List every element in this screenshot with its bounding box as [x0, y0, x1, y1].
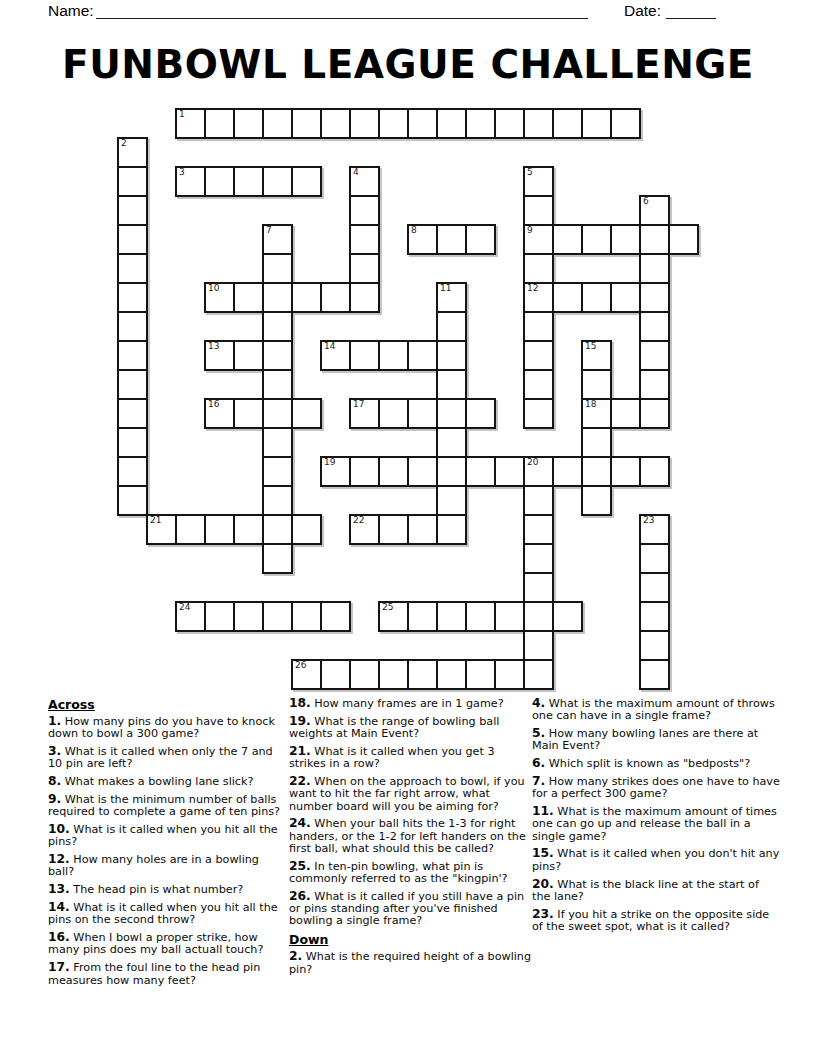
- grid-cell-r3c18[interactable]: 6: [639, 195, 670, 226]
- grid-cell-r0c6[interactable]: [291, 108, 322, 139]
- grid-cell-r13c0[interactable]: [117, 485, 148, 516]
- grid-cell-r12c15[interactable]: [552, 456, 583, 487]
- grid-cell-r18c18[interactable]: [639, 630, 670, 661]
- grid-cell-r12c10[interactable]: [407, 456, 438, 487]
- grid-cell-r10c14[interactable]: [523, 398, 554, 429]
- grid-cell-r4c16[interactable]: [581, 224, 612, 255]
- grid-cell-r12c0[interactable]: [117, 456, 148, 487]
- grid-cell-r10c18[interactable]: [639, 398, 670, 429]
- clue-across-17: 17. From the foul line to the head pin m…: [48, 961, 288, 987]
- grid-cell-r10c5[interactable]: [262, 398, 293, 429]
- grid-cell-r12c18[interactable]: [639, 456, 670, 487]
- page-title: FUNBOWL LEAGUE CHALLENGE: [0, 42, 816, 87]
- grid-cell-r14c9[interactable]: [378, 514, 409, 545]
- clue-down-20: 20. What is the black line at the start …: [532, 878, 780, 904]
- grid-cell-r14c14[interactable]: [523, 514, 554, 545]
- grid-cell-r15c14[interactable]: [523, 543, 554, 574]
- clue-across-26: 26. What is it called if you still have …: [289, 890, 532, 928]
- clue-column-2: 18. How many frames are in 1 game?19. Wh…: [289, 697, 532, 980]
- grid-cell-r6c0[interactable]: [117, 282, 148, 313]
- clue-across-16: 16. When I bowl a proper strike, how man…: [48, 931, 288, 957]
- grid-cell-r12c17[interactable]: [610, 456, 641, 487]
- cell-number-24: 24: [179, 602, 190, 613]
- cell-number-21: 21: [150, 515, 161, 526]
- cell-number-11: 11: [440, 283, 451, 294]
- clue-down-6: 6. Which split is known as "bedposts"?: [532, 757, 780, 770]
- grid-cell-r7c5[interactable]: [262, 311, 293, 342]
- clue-across-24: 24. When your ball hits the 1-3 for righ…: [289, 817, 532, 855]
- cell-number-13: 13: [208, 341, 219, 352]
- grid-cell-r0c8[interactable]: [349, 108, 380, 139]
- grid-cell-r7c0[interactable]: [117, 311, 148, 342]
- grid-cell-r13c11[interactable]: [436, 485, 467, 516]
- grid-cell-r5c5[interactable]: [262, 253, 293, 284]
- grid-cell-r19c9[interactable]: [378, 659, 409, 690]
- grid-cell-r14c11[interactable]: [436, 514, 467, 545]
- cell-number-16: 16: [208, 399, 219, 410]
- grid-cell-r16c18[interactable]: [639, 572, 670, 603]
- grid-cell-r8c9[interactable]: [378, 340, 409, 371]
- grid-cell-r17c6[interactable]: [291, 601, 322, 632]
- clue-across-9: 9. What is the minimum number of balls r…: [48, 793, 288, 819]
- clue-column-3: 4. What is the maximum amount of throws …: [532, 697, 780, 938]
- grid-cell-r17c7[interactable]: [320, 601, 351, 632]
- grid-cell-r4c11[interactable]: [436, 224, 467, 255]
- grid-cell-r2c2[interactable]: 3: [175, 166, 206, 197]
- grid-cell-r6c4[interactable]: [233, 282, 264, 313]
- grid-cell-r14c8[interactable]: 22: [349, 514, 380, 545]
- grid-cell-r9c16[interactable]: [581, 369, 612, 400]
- grid-cell-r0c4[interactable]: [233, 108, 264, 139]
- clue-down-23: 23. If you hit a strike on the opposite …: [532, 908, 780, 934]
- grid-cell-r0c17[interactable]: [610, 108, 641, 139]
- grid-cell-r19c13[interactable]: [494, 659, 525, 690]
- cell-number-18: 18: [585, 399, 596, 410]
- grid-cell-r15c5[interactable]: [262, 543, 293, 574]
- clue-down-7: 7. How many strikes does one have to hav…: [532, 775, 780, 801]
- grid-cell-r5c0[interactable]: [117, 253, 148, 284]
- grid-cell-r7c14[interactable]: [523, 311, 554, 342]
- clue-down-11: 11. What is the maximum amount of times …: [532, 805, 780, 843]
- grid-cell-r7c11[interactable]: [436, 311, 467, 342]
- clue-across-25: 25. In ten-pin bowling, what pin is comm…: [289, 860, 532, 886]
- grid-cell-r5c14[interactable]: [523, 253, 554, 284]
- grid-cell-r12c11[interactable]: [436, 456, 467, 487]
- grid-cell-r9c5[interactable]: [262, 369, 293, 400]
- grid-cell-r14c6[interactable]: [291, 514, 322, 545]
- grid-cell-r10c17[interactable]: [610, 398, 641, 429]
- grid-cell-r8c5[interactable]: [262, 340, 293, 371]
- grid-cell-r7c18[interactable]: [639, 311, 670, 342]
- date-label: Date:: [624, 2, 661, 20]
- grid-cell-r2c8[interactable]: 4: [349, 166, 380, 197]
- grid-cell-r14c1[interactable]: 21: [146, 514, 177, 545]
- grid-cell-r17c11[interactable]: [436, 601, 467, 632]
- grid-cell-r0c11[interactable]: [436, 108, 467, 139]
- grid-cell-r10c16[interactable]: 18: [581, 398, 612, 429]
- grid-cell-r14c10[interactable]: [407, 514, 438, 545]
- grid-cell-r2c3[interactable]: [204, 166, 235, 197]
- name-input-line[interactable]: [96, 18, 588, 19]
- name-label: Name:: [48, 2, 94, 20]
- date-input-line[interactable]: [666, 18, 716, 19]
- cell-number-5: 5: [527, 167, 533, 178]
- grid-cell-r6c14[interactable]: 12: [523, 282, 554, 313]
- grid-cell-r6c11[interactable]: 11: [436, 282, 467, 313]
- grid-cell-r8c11[interactable]: [436, 340, 467, 371]
- cell-number-4: 4: [353, 167, 359, 178]
- clue-across-12: 12. How many holes are in a bowling ball…: [48, 853, 288, 879]
- clue-down-15: 15. What is it called when you don't hit…: [532, 847, 780, 873]
- grid-cell-r10c0[interactable]: [117, 398, 148, 429]
- grid-cell-r8c10[interactable]: [407, 340, 438, 371]
- clue-across-22: 22. When on the approach to bowl, if you…: [289, 775, 532, 813]
- grid-cell-r14c2[interactable]: [175, 514, 206, 545]
- grid-cell-r17c2[interactable]: 24: [175, 601, 206, 632]
- grid-cell-r10c11[interactable]: [436, 398, 467, 429]
- grid-cell-r13c16[interactable]: [581, 485, 612, 516]
- down-header: Down: [289, 932, 532, 947]
- grid-cell-r6c18[interactable]: [639, 282, 670, 313]
- grid-cell-r9c14[interactable]: [523, 369, 554, 400]
- grid-cell-r4c15[interactable]: [552, 224, 583, 255]
- grid-cell-r10c6[interactable]: [291, 398, 322, 429]
- grid-cell-r15c18[interactable]: [639, 543, 670, 574]
- grid-cell-r8c7[interactable]: 14: [320, 340, 351, 371]
- grid-cell-r6c7[interactable]: [320, 282, 351, 313]
- clue-across-13: 13. The head pin is what number?: [48, 883, 288, 896]
- cell-number-7: 7: [266, 225, 272, 236]
- grid-cell-r5c8[interactable]: [349, 253, 380, 284]
- clue-down-2: 2. What is the required height of a bowl…: [289, 950, 532, 976]
- grid-cell-r14c5[interactable]: [262, 514, 293, 545]
- grid-cell-r19c18[interactable]: [639, 659, 670, 690]
- grid-cell-r2c6[interactable]: [291, 166, 322, 197]
- grid-cell-r17c18[interactable]: [639, 601, 670, 632]
- grid-cell-r17c3[interactable]: [204, 601, 235, 632]
- grid-cell-r19c8[interactable]: [349, 659, 380, 690]
- cell-number-12: 12: [527, 283, 538, 294]
- cell-number-22: 22: [353, 515, 364, 526]
- clue-across-3: 3. What is it called when only the 7 and…: [48, 745, 288, 771]
- grid-cell-r4c12[interactable]: [465, 224, 496, 255]
- grid-cell-r11c16[interactable]: [581, 427, 612, 458]
- grid-cell-r0c2[interactable]: 1: [175, 108, 206, 139]
- grid-cell-r12c13[interactable]: [494, 456, 525, 487]
- grid-cell-r3c14[interactable]: [523, 195, 554, 226]
- grid-cell-r19c7[interactable]: [320, 659, 351, 690]
- grid-cell-r0c5[interactable]: [262, 108, 293, 139]
- grid-cell-r10c4[interactable]: [233, 398, 264, 429]
- clue-across-8: 8. What makes a bowling lane slick?: [48, 775, 288, 788]
- grid-cell-r6c17[interactable]: [610, 282, 641, 313]
- grid-cell-r11c0[interactable]: [117, 427, 148, 458]
- cell-number-8: 8: [411, 225, 417, 236]
- grid-cell-r14c3[interactable]: [204, 514, 235, 545]
- cell-number-9: 9: [527, 225, 533, 236]
- grid-cell-r4c5[interactable]: 7: [262, 224, 293, 255]
- grid-cell-r0c15[interactable]: [552, 108, 583, 139]
- cell-number-14: 14: [324, 341, 335, 352]
- grid-cell-r4c14[interactable]: 9: [523, 224, 554, 255]
- grid-cell-r0c10[interactable]: [407, 108, 438, 139]
- grid-cell-r2c0[interactable]: [117, 166, 148, 197]
- grid-cell-r1c0[interactable]: 2: [117, 137, 148, 168]
- grid-cell-r12c9[interactable]: [378, 456, 409, 487]
- grid-cell-r6c8[interactable]: [349, 282, 380, 313]
- grid-cell-r8c14[interactable]: [523, 340, 554, 371]
- grid-cell-r4c10[interactable]: 8: [407, 224, 438, 255]
- cell-number-6: 6: [643, 196, 649, 207]
- grid-cell-r17c9[interactable]: 25: [378, 601, 409, 632]
- grid-cell-r12c16[interactable]: [581, 456, 612, 487]
- clue-across-14: 14. What is it called when you hit all t…: [48, 901, 288, 927]
- clue-across-1: 1. How many pins do you have to knock do…: [48, 715, 288, 741]
- clue-down-4: 4. What is the maximum amount of throws …: [532, 697, 780, 723]
- crossword-grid: 1234567891011121314151617181920212223242…: [117, 108, 699, 690]
- cell-number-15: 15: [585, 341, 596, 352]
- grid-cell-r13c5[interactable]: [262, 485, 293, 516]
- grid-cell-r0c12[interactable]: [465, 108, 496, 139]
- grid-cell-r11c5[interactable]: [262, 427, 293, 458]
- across-header: Across: [48, 697, 288, 712]
- grid-cell-r8c18[interactable]: [639, 340, 670, 371]
- clue-across-19: 19. What is the range of bowling ball we…: [289, 715, 532, 741]
- grid-cell-r10c3[interactable]: 16: [204, 398, 235, 429]
- grid-cell-r0c13[interactable]: [494, 108, 525, 139]
- grid-cell-r9c0[interactable]: [117, 369, 148, 400]
- grid-cell-r4c8[interactable]: [349, 224, 380, 255]
- grid-cell-r12c14[interactable]: 20: [523, 456, 554, 487]
- grid-cell-r0c9[interactable]: [378, 108, 409, 139]
- grid-cell-r9c11[interactable]: [436, 369, 467, 400]
- grid-cell-r10c12[interactable]: [465, 398, 496, 429]
- clue-column-1: Across 1. How many pins do you have to k…: [48, 697, 288, 991]
- grid-cell-r19c14[interactable]: [523, 659, 554, 690]
- grid-cell-r0c3[interactable]: [204, 108, 235, 139]
- cell-number-23: 23: [643, 515, 654, 526]
- grid-cell-r0c16[interactable]: [581, 108, 612, 139]
- cell-number-26: 26: [295, 660, 306, 671]
- cell-number-3: 3: [179, 167, 185, 178]
- grid-cell-r8c4[interactable]: [233, 340, 264, 371]
- grid-cell-r4c17[interactable]: [610, 224, 641, 255]
- grid-cell-r19c12[interactable]: [465, 659, 496, 690]
- grid-cell-r10c9[interactable]: [378, 398, 409, 429]
- cell-number-10: 10: [208, 283, 219, 294]
- cell-number-25: 25: [382, 602, 393, 613]
- grid-cell-r2c4[interactable]: [233, 166, 264, 197]
- grid-cell-r14c4[interactable]: [233, 514, 264, 545]
- grid-cell-r8c3[interactable]: 13: [204, 340, 235, 371]
- grid-cell-r12c7[interactable]: 19: [320, 456, 351, 487]
- grid-cell-r6c6[interactable]: [291, 282, 322, 313]
- grid-cell-r12c8[interactable]: [349, 456, 380, 487]
- grid-cell-r2c5[interactable]: [262, 166, 293, 197]
- grid-cell-r5c18[interactable]: [639, 253, 670, 284]
- grid-cell-r17c13[interactable]: [494, 601, 525, 632]
- grid-cell-r16c14[interactable]: [523, 572, 554, 603]
- grid-cell-r17c5[interactable]: [262, 601, 293, 632]
- grid-cell-r0c14[interactable]: [523, 108, 554, 139]
- grid-cell-r19c11[interactable]: [436, 659, 467, 690]
- cell-number-2: 2: [121, 138, 127, 149]
- grid-cell-r4c19[interactable]: [668, 224, 699, 255]
- grid-cell-r19c10[interactable]: [407, 659, 438, 690]
- grid-cell-r3c8[interactable]: [349, 195, 380, 226]
- clue-across-21: 21. What is it called when you get 3 str…: [289, 745, 532, 771]
- grid-cell-r17c4[interactable]: [233, 601, 264, 632]
- grid-cell-r8c0[interactable]: [117, 340, 148, 371]
- cell-number-19: 19: [324, 457, 335, 468]
- grid-cell-r6c15[interactable]: [552, 282, 583, 313]
- grid-cell-r3c0[interactable]: [117, 195, 148, 226]
- grid-cell-r12c5[interactable]: [262, 456, 293, 487]
- cell-number-17: 17: [353, 399, 364, 410]
- grid-cell-r9c18[interactable]: [639, 369, 670, 400]
- grid-cell-r2c14[interactable]: 5: [523, 166, 554, 197]
- grid-cell-r6c16[interactable]: [581, 282, 612, 313]
- cell-number-20: 20: [527, 457, 538, 468]
- grid-cell-r17c12[interactable]: [465, 601, 496, 632]
- grid-cell-r13c14[interactable]: [523, 485, 554, 516]
- grid-cell-r19c6[interactable]: 26: [291, 659, 322, 690]
- grid-cell-r0c7[interactable]: [320, 108, 351, 139]
- clue-across-10: 10. What is it called when you hit all t…: [48, 823, 288, 849]
- grid-cell-r12c12[interactable]: [465, 456, 496, 487]
- grid-cell-r17c14[interactable]: [523, 601, 554, 632]
- cell-number-1: 1: [179, 109, 185, 120]
- grid-cell-r4c0[interactable]: [117, 224, 148, 255]
- grid-cell-r11c11[interactable]: [436, 427, 467, 458]
- grid-cell-r4c18[interactable]: [639, 224, 670, 255]
- clue-across-18: 18. How many frames are in 1 game?: [289, 697, 532, 710]
- grid-cell-r10c10[interactable]: [407, 398, 438, 429]
- grid-cell-r14c18[interactable]: 23: [639, 514, 670, 545]
- grid-cell-r6c5[interactable]: [262, 282, 293, 313]
- clue-down-5: 5. How many bowling lanes are there at M…: [532, 727, 780, 753]
- grid-cell-r8c16[interactable]: 15: [581, 340, 612, 371]
- grid-cell-r6c3[interactable]: 10: [204, 282, 235, 313]
- grid-cell-r17c10[interactable]: [407, 601, 438, 632]
- grid-cell-r18c14[interactable]: [523, 630, 554, 661]
- grid-cell-r8c8[interactable]: [349, 340, 380, 371]
- grid-cell-r10c8[interactable]: 17: [349, 398, 380, 429]
- grid-cell-r17c15[interactable]: [552, 601, 583, 632]
